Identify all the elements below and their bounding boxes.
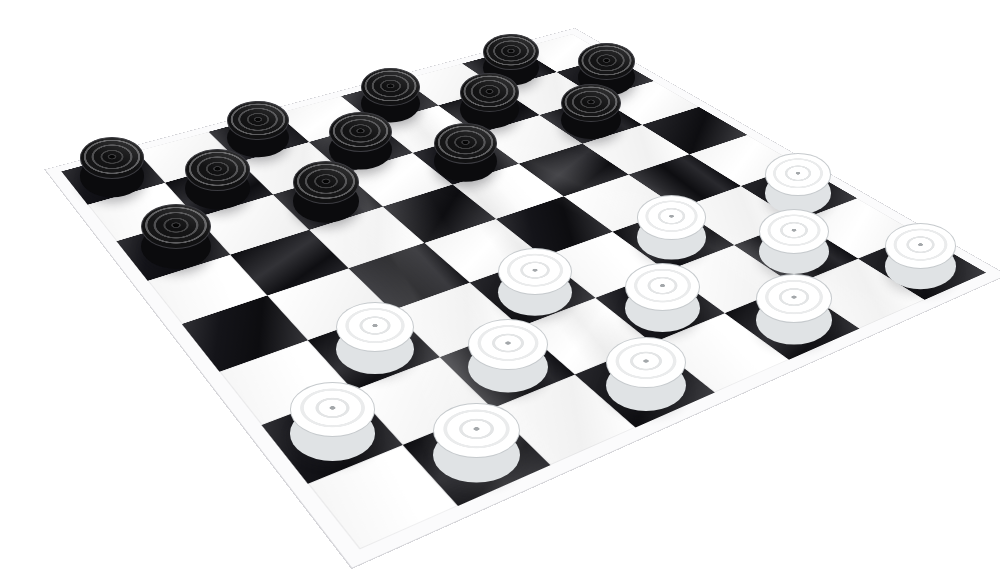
white-piece-r8c6[interactable]: ⛀: [756, 274, 832, 323]
white-piece-r6c8[interactable]: ⛀: [765, 153, 831, 195]
checkers-board: [45, 28, 1000, 567]
black-piece-r2c6[interactable]: ⛂: [460, 73, 519, 111]
white-piece-r7c5[interactable]: ⛀: [625, 263, 700, 311]
white-piece-r7c1[interactable]: ⛀: [290, 382, 375, 436]
black-piece-r3c3[interactable]: ⛂: [293, 161, 360, 204]
black-piece-r3c7[interactable]: ⛂: [561, 84, 621, 123]
product-photo-scene: ⛂⛂⛂⛂⛂⛂⛂⛂⛂⛂⛂⛂⛀⛀⛀⛀⛀⛀⛀⛀⛀⛀⛀⛀: [0, 0, 1000, 573]
black-piece-r2c8[interactable]: ⛂: [578, 43, 635, 80]
white-piece-r8c2[interactable]: ⛀: [433, 403, 520, 458]
black-piece-r1c5[interactable]: ⛂: [361, 68, 420, 106]
white-piece-r8c8[interactable]: ⛀: [885, 223, 957, 269]
white-piece-r6c4[interactable]: ⛀: [498, 248, 572, 295]
black-piece-r3c5[interactable]: ⛂: [434, 123, 497, 164]
black-piece-r2c4[interactable]: ⛂: [329, 112, 391, 152]
black-piece-r1c1[interactable]: ⛂: [80, 137, 145, 179]
black-piece-r1c7[interactable]: ⛂: [483, 34, 539, 70]
black-piece-r2c2[interactable]: ⛂: [185, 149, 251, 191]
white-piece-r6c6[interactable]: ⛀: [637, 195, 707, 240]
white-piece-r7c3[interactable]: ⛀: [468, 319, 548, 370]
white-piece-r6c2[interactable]: ⛀: [336, 302, 414, 352]
